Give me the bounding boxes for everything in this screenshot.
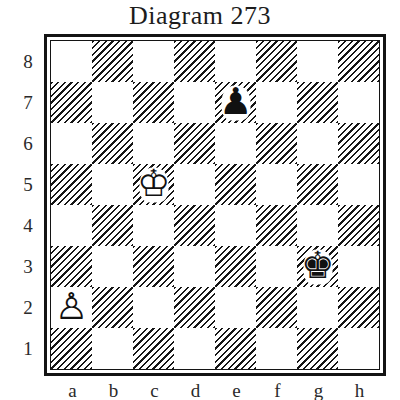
square-a8 — [51, 41, 92, 82]
square-d3 — [174, 246, 215, 287]
square-f3 — [256, 246, 297, 287]
square-c7 — [133, 82, 174, 123]
square-d6 — [174, 123, 215, 164]
square-d4 — [174, 205, 215, 246]
square-e8 — [215, 41, 256, 82]
square-c4 — [133, 205, 174, 246]
rank-label-7: 7 — [18, 82, 38, 123]
file-label-d: d — [175, 380, 216, 400]
black-king-g3: ♚ — [297, 246, 338, 287]
square-g8 — [297, 41, 338, 82]
rank-label-8: 8 — [18, 41, 38, 82]
rank-labels: 87654321 — [18, 41, 38, 369]
file-label-a: a — [52, 380, 93, 400]
square-f1 — [256, 328, 297, 369]
square-a6 — [51, 123, 92, 164]
white-king-c5: ♔ — [133, 164, 174, 205]
square-d8 — [174, 41, 215, 82]
rank-label-5: 5 — [18, 164, 38, 205]
square-h8 — [338, 41, 379, 82]
square-g5 — [297, 164, 338, 205]
square-c6 — [133, 123, 174, 164]
square-f7 — [256, 82, 297, 123]
square-e3 — [215, 246, 256, 287]
square-b6 — [92, 123, 133, 164]
square-f4 — [256, 205, 297, 246]
square-d1 — [174, 328, 215, 369]
square-h3 — [338, 246, 379, 287]
black-pawn-e7: ♟ — [215, 82, 256, 123]
file-label-e: e — [216, 380, 257, 400]
square-c8 — [133, 41, 174, 82]
chess-diagram: 87654321 ♟♔♚♙ — [18, 34, 400, 376]
square-d2 — [174, 287, 215, 328]
white-pawn-a2: ♙ — [51, 287, 92, 328]
square-c1 — [133, 328, 174, 369]
square-b8 — [92, 41, 133, 82]
square-b1 — [92, 328, 133, 369]
square-f8 — [256, 41, 297, 82]
square-g2 — [297, 287, 338, 328]
square-h1 — [338, 328, 379, 369]
rank-label-1: 1 — [18, 328, 38, 369]
square-h4 — [338, 205, 379, 246]
file-label-f: f — [257, 380, 298, 400]
square-b5 — [92, 164, 133, 205]
rank-label-2: 2 — [18, 287, 38, 328]
square-b2 — [92, 287, 133, 328]
square-d5 — [174, 164, 215, 205]
square-c5: ♔ — [133, 164, 174, 205]
square-f5 — [256, 164, 297, 205]
file-labels: abcdefgh — [52, 380, 400, 400]
square-e1 — [215, 328, 256, 369]
file-label-g: g — [298, 380, 339, 400]
diagram-title: Diagram 273 — [0, 1, 400, 31]
square-d7 — [174, 82, 215, 123]
chess-board: ♟♔♚♙ — [50, 40, 380, 370]
square-f2 — [256, 287, 297, 328]
square-f6 — [256, 123, 297, 164]
square-e6 — [215, 123, 256, 164]
rank-label-4: 4 — [18, 205, 38, 246]
diagram-page: Diagram 273 87654321 ♟♔♚♙ abcdefgh — [0, 0, 400, 400]
square-a4 — [51, 205, 92, 246]
square-e2 — [215, 287, 256, 328]
square-g3: ♚ — [297, 246, 338, 287]
square-a2: ♙ — [51, 287, 92, 328]
square-h7 — [338, 82, 379, 123]
square-e5 — [215, 164, 256, 205]
square-b3 — [92, 246, 133, 287]
rank-label-3: 3 — [18, 246, 38, 287]
square-h2 — [338, 287, 379, 328]
square-a7 — [51, 82, 92, 123]
square-a5 — [51, 164, 92, 205]
square-g6 — [297, 123, 338, 164]
square-b4 — [92, 205, 133, 246]
square-h5 — [338, 164, 379, 205]
square-h6 — [338, 123, 379, 164]
square-g4 — [297, 205, 338, 246]
square-a1 — [51, 328, 92, 369]
file-label-b: b — [93, 380, 134, 400]
square-e4 — [215, 205, 256, 246]
square-c2 — [133, 287, 174, 328]
square-b7 — [92, 82, 133, 123]
board-frame: ♟♔♚♙ — [44, 34, 386, 376]
rank-label-6: 6 — [18, 123, 38, 164]
square-c3 — [133, 246, 174, 287]
square-a3 — [51, 246, 92, 287]
file-label-c: c — [134, 380, 175, 400]
file-label-h: h — [339, 380, 380, 400]
square-e7: ♟ — [215, 82, 256, 123]
square-g1 — [297, 328, 338, 369]
square-g7 — [297, 82, 338, 123]
